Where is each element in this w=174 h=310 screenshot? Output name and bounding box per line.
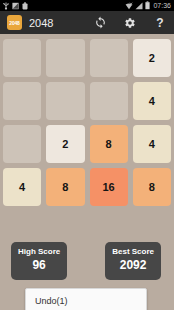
phone-screen: 07:36 2048 2048 ? 2428448168 High Score …: [0, 0, 174, 310]
app-title: 2048: [29, 17, 53, 29]
high-score-box: High Score 96: [11, 242, 67, 280]
tile-2: 2: [46, 125, 84, 163]
high-score-label: High Score: [18, 246, 60, 257]
status-bar-right: 07:36: [125, 0, 171, 11]
tile-16: 16: [90, 168, 128, 206]
settings-gear-icon[interactable]: [123, 16, 137, 30]
status-bar-left: [3, 2, 28, 10]
help-icon[interactable]: ?: [153, 16, 167, 30]
undo-button[interactable]: Undo(1): [25, 288, 147, 310]
usb-icon: [3, 2, 9, 10]
empty-cell: [90, 39, 128, 77]
undo-menu: Undo(1): [25, 288, 147, 310]
signal-icon: [135, 2, 143, 10]
tile-4: 4: [133, 125, 171, 163]
restart-icon[interactable]: [93, 16, 107, 30]
status-bar: 07:36: [0, 0, 174, 11]
game-board[interactable]: 2428448168: [0, 34, 174, 211]
tile-2: 2: [133, 39, 171, 77]
empty-cell: [3, 39, 41, 77]
empty-cell: [3, 82, 41, 120]
app-bar: 2048 2048 ?: [0, 11, 174, 34]
tile-8: 8: [133, 168, 171, 206]
best-score-label: Best Score: [112, 246, 154, 257]
empty-cell: [3, 125, 41, 163]
empty-cell: [46, 39, 84, 77]
score-panel: High Score 96 Best Score 2092: [0, 242, 174, 280]
clipboard-icon: [22, 2, 28, 10]
clock: 07:36: [153, 0, 171, 11]
screenshot-icon: [12, 2, 19, 10]
appbar-actions: ?: [93, 16, 167, 30]
empty-cell: [90, 82, 128, 120]
tile-4: 4: [3, 168, 41, 206]
tile-8: 8: [90, 125, 128, 163]
tile-8: 8: [46, 168, 84, 206]
best-score-box: Best Score 2092: [105, 242, 161, 280]
empty-cell: [46, 82, 84, 120]
tile-4: 4: [133, 82, 171, 120]
app-logo-icon: 2048: [7, 15, 22, 30]
battery-icon: [145, 1, 150, 10]
best-score-value: 2092: [112, 257, 154, 273]
wifi-off-icon: [125, 2, 133, 10]
high-score-value: 96: [18, 257, 60, 273]
